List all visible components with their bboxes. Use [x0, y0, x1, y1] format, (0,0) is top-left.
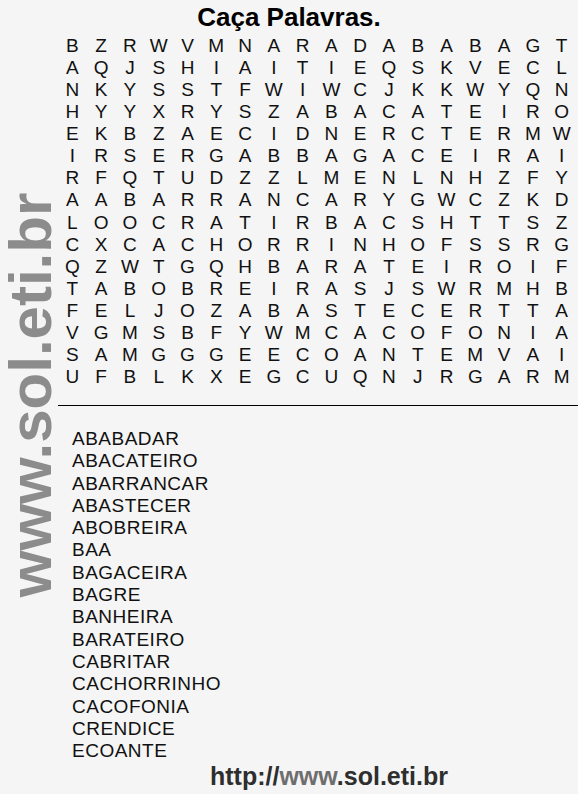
- grid-cell: N: [375, 366, 404, 388]
- grid-cell: S: [518, 211, 547, 233]
- grid-cell: X: [144, 100, 173, 122]
- grid-cell: I: [58, 145, 87, 167]
- grid-cell: O: [403, 322, 432, 344]
- grid-cell: G: [403, 189, 432, 211]
- grid-cell: T: [490, 300, 519, 322]
- grid-cell: J: [403, 366, 432, 388]
- grid-cell: R: [173, 100, 202, 122]
- grid-cell: I: [259, 277, 288, 299]
- word-list-item: CABRITAR: [72, 651, 221, 673]
- grid-cell: E: [231, 277, 260, 299]
- grid-cell: E: [346, 123, 375, 145]
- grid-cell: A: [288, 255, 317, 277]
- grid-cell: A: [346, 344, 375, 366]
- grid-cell: R: [518, 100, 547, 122]
- grid-cell: T: [58, 277, 87, 299]
- grid-cell: T: [432, 123, 461, 145]
- grid-cell: W: [461, 78, 490, 100]
- grid-cell: E: [346, 56, 375, 78]
- word-list-item: ABASTECER: [72, 495, 221, 517]
- grid-cell: N: [547, 78, 576, 100]
- grid-cell: M: [288, 322, 317, 344]
- grid-cell: R: [346, 189, 375, 211]
- grid-cell: I: [317, 233, 346, 255]
- grid-cell: E: [461, 100, 490, 122]
- grid-cell: L: [403, 167, 432, 189]
- grid-cell: C: [403, 145, 432, 167]
- grid-cell: A: [87, 344, 116, 366]
- grid-cell: K: [518, 189, 547, 211]
- grid-cell: A: [547, 300, 576, 322]
- grid-cell: A: [58, 189, 87, 211]
- grid-cell: E: [87, 300, 116, 322]
- grid-cell: F: [87, 167, 116, 189]
- grid-cell: G: [518, 34, 547, 56]
- grid-cell: F: [547, 255, 576, 277]
- grid-cell: A: [490, 366, 519, 388]
- grid-cell: G: [144, 344, 173, 366]
- grid-cell: I: [259, 211, 288, 233]
- grid-cell: N: [432, 167, 461, 189]
- grid-cell: R: [490, 123, 519, 145]
- grid-cell: I: [288, 78, 317, 100]
- grid-cell: D: [346, 34, 375, 56]
- grid-cell: Y: [547, 167, 576, 189]
- grid-cell: T: [461, 211, 490, 233]
- grid-cell: B: [116, 189, 145, 211]
- grid-cell: B: [259, 255, 288, 277]
- grid-cell: Z: [144, 123, 173, 145]
- grid-cell: C: [173, 233, 202, 255]
- grid-cell: Q: [202, 255, 231, 277]
- grid-cell: A: [432, 34, 461, 56]
- grid-cell: G: [173, 255, 202, 277]
- grid-cell: C: [461, 189, 490, 211]
- grid-cell: W: [116, 255, 145, 277]
- grid-cell: L: [58, 211, 87, 233]
- grid-cell: A: [288, 100, 317, 122]
- grid-cell: A: [375, 34, 404, 56]
- grid-cell: R: [87, 145, 116, 167]
- grid-cell: S: [403, 211, 432, 233]
- grid-cell: A: [58, 56, 87, 78]
- grid-cell: J: [144, 300, 173, 322]
- grid-cell: K: [403, 78, 432, 100]
- grid-cell: W: [259, 78, 288, 100]
- grid-cell: H: [202, 233, 231, 255]
- grid-cell: R: [288, 233, 317, 255]
- grid-cell: B: [173, 277, 202, 299]
- grid-cell: A: [317, 277, 346, 299]
- grid-cell: I: [317, 56, 346, 78]
- grid-cell: B: [173, 322, 202, 344]
- grid-cell: M: [518, 123, 547, 145]
- grid-cell: C: [403, 300, 432, 322]
- grid-cell: E: [432, 145, 461, 167]
- grid-cell: Q: [116, 167, 145, 189]
- grid-cell: H: [58, 100, 87, 122]
- grid-cell: S: [403, 56, 432, 78]
- grid-cell: K: [432, 78, 461, 100]
- grid-cell: R: [490, 145, 519, 167]
- grid-cell: F: [202, 322, 231, 344]
- grid-cell: E: [432, 300, 461, 322]
- grid-cell: M: [202, 34, 231, 56]
- grid-cell: I: [432, 255, 461, 277]
- grid-cell: C: [403, 123, 432, 145]
- grid-cell: I: [202, 56, 231, 78]
- word-list-item: BARATEIRO: [72, 629, 221, 651]
- grid-cell: C: [518, 56, 547, 78]
- grid-cell: A: [547, 322, 576, 344]
- grid-cell: Y: [490, 78, 519, 100]
- grid-cell: A: [231, 300, 260, 322]
- grid-cell: A: [317, 189, 346, 211]
- grid-cell: S: [144, 78, 173, 100]
- grid-cell: A: [518, 145, 547, 167]
- grid-cell: G: [547, 233, 576, 255]
- grid-cell: C: [231, 123, 260, 145]
- grid-cell: M: [317, 167, 346, 189]
- grid-cell: A: [346, 100, 375, 122]
- grid-cell: W: [432, 189, 461, 211]
- grid-cell: X: [202, 366, 231, 388]
- grid-cell: R: [461, 277, 490, 299]
- footer-url-protocol: http://: [210, 762, 279, 790]
- grid-cell: F: [518, 167, 547, 189]
- grid-cell: B: [116, 366, 145, 388]
- word-search-grid: BZRWVMNARADABABAGTAQJSHIAITIEQSKVECLNKYS…: [58, 34, 576, 388]
- grid-cell: M: [461, 344, 490, 366]
- grid-cell: T: [288, 56, 317, 78]
- grid-cell: B: [317, 211, 346, 233]
- grid-cell: R: [259, 233, 288, 255]
- grid-cell: V: [58, 322, 87, 344]
- grid-cell: T: [202, 78, 231, 100]
- grid-cell: G: [259, 366, 288, 388]
- grid-cell: Z: [259, 167, 288, 189]
- word-list-item: ABOBREIRA: [72, 517, 221, 539]
- grid-cell: A: [144, 233, 173, 255]
- grid-cell: Q: [375, 56, 404, 78]
- grid-cell: T: [144, 255, 173, 277]
- grid-cell: N: [375, 167, 404, 189]
- word-list-item: BANHEIRA: [72, 606, 221, 628]
- grid-cell: Z: [87, 255, 116, 277]
- word-list: ABABADARABACATEIROABARRANCARABASTECERABO…: [72, 428, 221, 762]
- grid-cell: E: [461, 123, 490, 145]
- word-list-item: ABACATEIRO: [72, 450, 221, 472]
- grid-cell: H: [173, 56, 202, 78]
- grid-cell: T: [144, 167, 173, 189]
- grid-cell: R: [461, 300, 490, 322]
- grid-cell: G: [87, 322, 116, 344]
- grid-cell: W: [432, 277, 461, 299]
- grid-cell: Z: [259, 100, 288, 122]
- grid-cell: R: [432, 366, 461, 388]
- grid-cell: E: [259, 344, 288, 366]
- grid-cell: A: [375, 145, 404, 167]
- grid-cell: A: [346, 211, 375, 233]
- grid-cell: B: [461, 34, 490, 56]
- grid-cell: K: [87, 78, 116, 100]
- grid-cell: I: [259, 123, 288, 145]
- grid-cell: F: [58, 300, 87, 322]
- grid-cell: S: [116, 145, 145, 167]
- grid-cell: N: [346, 233, 375, 255]
- grid-cell: Y: [116, 100, 145, 122]
- grid-cell: R: [288, 211, 317, 233]
- grid-cell: X: [87, 233, 116, 255]
- grid-cell: H: [432, 211, 461, 233]
- grid-cell: B: [116, 123, 145, 145]
- grid-cell: Z: [231, 167, 260, 189]
- grid-cell: U: [58, 366, 87, 388]
- grid-cell: O: [116, 211, 145, 233]
- grid-cell: C: [317, 322, 346, 344]
- grid-cell: V: [173, 34, 202, 56]
- grid-cell: S: [461, 233, 490, 255]
- grid-cell: C: [288, 344, 317, 366]
- grid-cell: G: [202, 145, 231, 167]
- grid-cell: S: [231, 100, 260, 122]
- word-list-item: CACOFONIA: [72, 696, 221, 718]
- grid-cell: R: [202, 277, 231, 299]
- grid-cell: T: [375, 255, 404, 277]
- grid-cell: I: [547, 344, 576, 366]
- grid-cell: S: [144, 56, 173, 78]
- grid-cell: Z: [490, 167, 519, 189]
- grid-cell: Q: [87, 56, 116, 78]
- footer-url-www: www: [279, 762, 336, 790]
- grid-cell: E: [144, 145, 173, 167]
- grid-cell: Y: [116, 78, 145, 100]
- grid-cell: S: [346, 277, 375, 299]
- grid-cell: T: [547, 34, 576, 56]
- grid-cell: R: [58, 167, 87, 189]
- grid-cell: F: [432, 322, 461, 344]
- grid-cell: F: [432, 233, 461, 255]
- grid-cell: E: [231, 344, 260, 366]
- grid-cell: M: [490, 277, 519, 299]
- grid-cell: N: [375, 344, 404, 366]
- grid-cell: T: [231, 211, 260, 233]
- grid-cell: C: [375, 211, 404, 233]
- grid-cell: O: [144, 277, 173, 299]
- grid-cell: R: [317, 255, 346, 277]
- grid-cell: S: [317, 300, 346, 322]
- grid-cell: V: [461, 56, 490, 78]
- grid-cell: R: [288, 34, 317, 56]
- grid-cell: H: [375, 233, 404, 255]
- grid-cell: I: [490, 100, 519, 122]
- grid-cell: J: [116, 56, 145, 78]
- grid-cell: C: [375, 100, 404, 122]
- grid-cell: R: [173, 189, 202, 211]
- grid-cell: I: [461, 145, 490, 167]
- grid-cell: I: [518, 322, 547, 344]
- grid-cell: N: [490, 322, 519, 344]
- grid-cell: B: [259, 145, 288, 167]
- page-title: Caça Palavras.: [0, 2, 578, 33]
- grid-cell: D: [288, 123, 317, 145]
- grid-cell: W: [317, 78, 346, 100]
- grid-cell: Q: [58, 255, 87, 277]
- grid-cell: O: [231, 233, 260, 255]
- grid-cell: Z: [87, 34, 116, 56]
- grid-cell: U: [317, 366, 346, 388]
- grid-cell: E: [490, 56, 519, 78]
- grid-cell: K: [173, 366, 202, 388]
- grid-cell: R: [202, 189, 231, 211]
- word-list-item: BAGACEIRA: [72, 562, 221, 584]
- grid-cell: R: [173, 211, 202, 233]
- grid-cell: H: [231, 255, 260, 277]
- grid-cell: O: [403, 233, 432, 255]
- grid-cell: I: [259, 56, 288, 78]
- word-list-item: BAA: [72, 539, 221, 561]
- footer-url-domain: .sol.eti.br: [337, 762, 448, 790]
- grid-cell: C: [375, 322, 404, 344]
- grid-cell: G: [173, 344, 202, 366]
- grid-cell: H: [461, 167, 490, 189]
- grid-cell: Y: [375, 189, 404, 211]
- grid-cell: E: [202, 123, 231, 145]
- grid-cell: B: [288, 145, 317, 167]
- grid-cell: A: [490, 34, 519, 56]
- grid-cell: J: [375, 277, 404, 299]
- grid-cell: S: [144, 322, 173, 344]
- grid-cell: A: [173, 123, 202, 145]
- grid-cell: G: [346, 145, 375, 167]
- grid-cell: L: [116, 300, 145, 322]
- grid-cell: A: [231, 189, 260, 211]
- grid-cell: Q: [346, 366, 375, 388]
- grid-cell: N: [58, 78, 87, 100]
- grid-cell: L: [547, 56, 576, 78]
- grid-cell: A: [231, 56, 260, 78]
- grid-cell: K: [87, 123, 116, 145]
- grid-cell: V: [490, 344, 519, 366]
- grid-cell: E: [231, 366, 260, 388]
- grid-cell: E: [346, 167, 375, 189]
- grid-cell: A: [87, 189, 116, 211]
- grid-cell: A: [87, 277, 116, 299]
- grid-cell: Y: [202, 100, 231, 122]
- grid-cell: R: [375, 123, 404, 145]
- grid-cell: K: [432, 56, 461, 78]
- grid-cell: A: [288, 300, 317, 322]
- grid-cell: F: [87, 366, 116, 388]
- grid-cell: U: [173, 167, 202, 189]
- grid-cell: C: [144, 211, 173, 233]
- grid-cell: G: [461, 366, 490, 388]
- grid-cell: W: [144, 34, 173, 56]
- grid-cell: R: [288, 277, 317, 299]
- grid-cell: R: [518, 233, 547, 255]
- grid-cell: C: [116, 233, 145, 255]
- grid-cell: T: [490, 211, 519, 233]
- word-list-item: CACHORRINHO: [72, 673, 221, 695]
- word-list-item: ABARRANCAR: [72, 473, 221, 495]
- grid-cell: A: [403, 100, 432, 122]
- grid-cell: C: [346, 78, 375, 100]
- grid-cell: E: [432, 344, 461, 366]
- grid-cell: A: [346, 322, 375, 344]
- grid-cell: A: [259, 34, 288, 56]
- word-list-item: ECOANTE: [72, 740, 221, 762]
- grid-cell: S: [490, 233, 519, 255]
- grid-cell: T: [403, 344, 432, 366]
- grid-cell: L: [288, 167, 317, 189]
- grid-cell: M: [547, 366, 576, 388]
- grid-cell: O: [87, 211, 116, 233]
- grid-cell: O: [173, 300, 202, 322]
- grid-cell: A: [518, 344, 547, 366]
- grid-cell: A: [346, 255, 375, 277]
- grid-cell: L: [144, 366, 173, 388]
- grid-cell: R: [173, 145, 202, 167]
- grid-cell: B: [317, 100, 346, 122]
- grid-cell: O: [461, 322, 490, 344]
- grid-cell: Y: [231, 322, 260, 344]
- grid-cell: R: [461, 255, 490, 277]
- grid-cell: G: [202, 344, 231, 366]
- grid-cell: H: [518, 277, 547, 299]
- footer-url: http://www.sol.eti.br: [80, 762, 578, 791]
- grid-cell: A: [144, 189, 173, 211]
- grid-cell: B: [547, 277, 576, 299]
- grid-cell: B: [403, 34, 432, 56]
- grid-cell: M: [116, 344, 145, 366]
- grid-cell: O: [547, 100, 576, 122]
- grid-cell: C: [288, 366, 317, 388]
- grid-cell: B: [58, 34, 87, 56]
- grid-cell: I: [518, 255, 547, 277]
- grid-cell: S: [403, 277, 432, 299]
- grid-cell: Q: [518, 78, 547, 100]
- grid-cell: R: [518, 366, 547, 388]
- grid-cell: C: [58, 233, 87, 255]
- grid-cell: F: [231, 78, 260, 100]
- word-list-item: CRENDICE: [72, 718, 221, 740]
- grid-cell: T: [518, 300, 547, 322]
- grid-cell: Z: [490, 189, 519, 211]
- watermark-sidebar: www.sol.eti.br: [0, 193, 65, 598]
- grid-cell: M: [116, 322, 145, 344]
- grid-cell: Z: [547, 211, 576, 233]
- grid-cell: J: [375, 78, 404, 100]
- grid-cell: W: [547, 123, 576, 145]
- grid-cell: E: [403, 255, 432, 277]
- grid-cell: N: [317, 123, 346, 145]
- grid-cell: D: [547, 189, 576, 211]
- grid-cell: B: [116, 277, 145, 299]
- grid-cell: Z: [202, 300, 231, 322]
- grid-cell: O: [490, 255, 519, 277]
- word-list-item: BAGRE: [72, 584, 221, 606]
- grid-cell: A: [317, 34, 346, 56]
- grid-cell: T: [432, 100, 461, 122]
- grid-cell: A: [317, 145, 346, 167]
- grid-cell: T: [346, 300, 375, 322]
- grid-cell: N: [259, 189, 288, 211]
- grid-cell: B: [259, 300, 288, 322]
- grid-cell: I: [547, 145, 576, 167]
- grid-cell: R: [116, 34, 145, 56]
- grid-cell: O: [317, 344, 346, 366]
- grid-cell: N: [231, 34, 260, 56]
